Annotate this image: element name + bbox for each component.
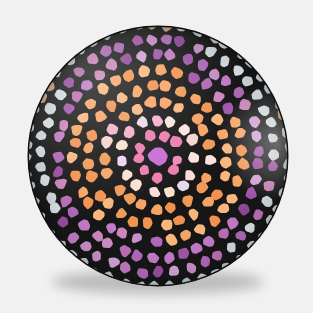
pin-gloss — [28, 26, 288, 286]
pin-product-image — [0, 0, 313, 313]
product-image-canvas — [0, 0, 313, 313]
edge-vignette — [28, 26, 288, 286]
